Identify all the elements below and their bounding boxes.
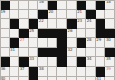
cell-r0c9[interactable] bbox=[86, 0, 96, 10]
clue-number-23: 23 bbox=[77, 19, 82, 24]
cell-r5c8[interactable] bbox=[77, 48, 87, 58]
cell-r8c11[interactable] bbox=[105, 77, 115, 80]
clue-number-22: 22 bbox=[39, 19, 44, 24]
clue-number-32: 32 bbox=[68, 48, 73, 53]
black-cell-r5c4 bbox=[38, 48, 48, 58]
black-cell-r5c6 bbox=[57, 48, 67, 58]
cell-r2c11[interactable] bbox=[105, 19, 115, 29]
black-cell-r3c4 bbox=[38, 29, 48, 39]
cell-r1c11[interactable] bbox=[105, 10, 115, 20]
clue-number-38: 38 bbox=[39, 67, 44, 72]
cell-r6c9[interactable]: 34 bbox=[86, 57, 96, 67]
cell-r8c6[interactable] bbox=[57, 77, 67, 80]
cell-r1c5[interactable]: 20 bbox=[48, 10, 58, 20]
black-cell-r8c3 bbox=[29, 77, 39, 80]
black-cell-r4c8 bbox=[77, 38, 87, 48]
clue-number-31: 31 bbox=[10, 48, 15, 53]
cell-r8c1[interactable] bbox=[10, 77, 20, 80]
clue-number-35: 35 bbox=[106, 57, 111, 62]
cell-r7c8[interactable] bbox=[77, 67, 87, 77]
cell-r2c4[interactable]: 22 bbox=[38, 19, 48, 29]
cell-r8c10[interactable]: 41 bbox=[96, 77, 106, 80]
cell-r5c7[interactable]: 32 bbox=[67, 48, 77, 58]
clue-number-29: 29 bbox=[96, 38, 101, 43]
cell-r7c6[interactable] bbox=[57, 67, 67, 77]
cell-r4c0[interactable] bbox=[0, 38, 10, 48]
black-cell-r2c1 bbox=[10, 19, 20, 29]
cell-r8c7[interactable] bbox=[67, 77, 77, 80]
clue-number-27: 27 bbox=[20, 38, 25, 43]
cell-r3c7[interactable]: 26 bbox=[67, 29, 77, 39]
black-cell-r6c8 bbox=[77, 57, 87, 67]
cell-r8c5[interactable] bbox=[48, 77, 58, 80]
cell-r8c2[interactable] bbox=[19, 77, 29, 80]
cell-r7c5[interactable] bbox=[48, 67, 58, 77]
cell-r6c3[interactable]: 33 bbox=[29, 57, 39, 67]
cell-r5c0[interactable] bbox=[0, 48, 10, 58]
cell-r4c9[interactable]: 28 bbox=[86, 38, 96, 48]
cell-r2c0[interactable] bbox=[0, 19, 10, 29]
cell-r4c2[interactable]: 27 bbox=[19, 38, 29, 48]
crossword-board: 1618192021222324252627282930313233343536… bbox=[0, 0, 115, 80]
cell-r4c10[interactable]: 29 bbox=[96, 38, 106, 48]
black-cell-r0c10 bbox=[96, 0, 106, 10]
black-cell-r6c6 bbox=[57, 57, 67, 67]
cell-r0c11[interactable]: 18 bbox=[105, 0, 115, 10]
cell-r7c7[interactable] bbox=[67, 67, 77, 77]
cell-r6c10[interactable] bbox=[96, 57, 106, 67]
cell-r8c0[interactable]: 40 bbox=[0, 77, 10, 80]
cell-r4c11[interactable]: 30 bbox=[105, 38, 115, 48]
cell-r7c4[interactable]: 38 bbox=[38, 67, 48, 77]
cell-r0c4[interactable]: 16 bbox=[38, 0, 48, 10]
clue-number-16: 16 bbox=[39, 0, 44, 5]
clue-number-30: 30 bbox=[106, 38, 111, 43]
clue-number-18: 18 bbox=[106, 0, 111, 5]
cell-r2c9[interactable]: 24 bbox=[86, 19, 96, 29]
crossword-screenshot: 1618192021222324252627282930313233343536… bbox=[0, 0, 115, 80]
clue-number-24: 24 bbox=[87, 19, 92, 24]
cell-r3c1[interactable] bbox=[10, 29, 20, 39]
black-cell-r4c6 bbox=[57, 38, 67, 48]
clue-number-20: 20 bbox=[48, 10, 53, 15]
clue-number-34: 34 bbox=[87, 57, 92, 62]
black-cell-r2c10 bbox=[96, 19, 106, 29]
cell-r1c0[interactable]: 19 bbox=[0, 10, 10, 20]
cell-r8c4[interactable] bbox=[38, 77, 48, 80]
cell-r5c2[interactable] bbox=[19, 48, 29, 58]
cell-r4c4[interactable] bbox=[38, 38, 48, 48]
clue-number-21: 21 bbox=[77, 10, 82, 15]
black-cell-r5c5 bbox=[48, 48, 58, 58]
black-cell-r7c3 bbox=[29, 67, 39, 77]
cell-r1c1[interactable] bbox=[10, 10, 20, 20]
cell-r3c3[interactable]: 25 bbox=[29, 29, 39, 39]
cell-r6c7[interactable] bbox=[67, 57, 77, 67]
cell-r6c5[interactable] bbox=[48, 57, 58, 67]
clue-number-33: 33 bbox=[29, 57, 34, 62]
clue-number-39: 39 bbox=[106, 67, 111, 72]
cell-r2c5[interactable] bbox=[48, 19, 58, 29]
cell-r0c6[interactable] bbox=[57, 0, 67, 10]
cell-r1c6[interactable] bbox=[57, 10, 67, 20]
clue-number-40: 40 bbox=[1, 77, 6, 80]
cell-r2c8[interactable]: 23 bbox=[77, 19, 87, 29]
cell-r1c7[interactable] bbox=[67, 10, 77, 20]
cell-r4c3[interactable] bbox=[29, 38, 39, 48]
clue-number-28: 28 bbox=[87, 38, 92, 43]
clue-number-25: 25 bbox=[29, 29, 34, 34]
cell-r7c2[interactable]: 37 bbox=[19, 67, 29, 77]
cell-r5c1[interactable]: 31 bbox=[10, 48, 20, 58]
cell-r0c1[interactable] bbox=[10, 0, 20, 10]
black-cell-r3c6 bbox=[57, 29, 67, 39]
cell-r7c1[interactable] bbox=[10, 67, 20, 77]
cell-r3c0[interactable] bbox=[0, 29, 10, 39]
cell-r1c3[interactable] bbox=[29, 10, 39, 20]
cell-r0c2[interactable] bbox=[19, 0, 29, 10]
cell-r2c2[interactable] bbox=[19, 19, 29, 29]
clue-number-36: 36 bbox=[1, 67, 6, 72]
cell-r7c9[interactable] bbox=[86, 67, 96, 77]
cell-r4c5[interactable] bbox=[48, 38, 58, 48]
cell-r8c9[interactable] bbox=[86, 77, 96, 80]
clue-number-26: 26 bbox=[68, 29, 73, 34]
clue-number-41: 41 bbox=[96, 77, 101, 80]
cell-r8c8[interactable] bbox=[77, 77, 87, 80]
cell-r6c1[interactable] bbox=[10, 57, 20, 67]
cell-r1c2[interactable] bbox=[19, 10, 29, 20]
cell-r3c8[interactable] bbox=[77, 29, 87, 39]
black-cell-r3c5 bbox=[48, 29, 58, 39]
cell-r1c10[interactable] bbox=[96, 10, 106, 20]
cell-r0c3[interactable] bbox=[29, 0, 39, 10]
clue-number-19: 19 bbox=[1, 10, 6, 15]
cell-r0c7[interactable] bbox=[67, 0, 77, 10]
cell-r5c10[interactable] bbox=[96, 48, 106, 58]
clue-number-37: 37 bbox=[20, 67, 25, 72]
cell-r2c6[interactable] bbox=[57, 19, 67, 29]
cell-r7c11[interactable]: 39 bbox=[105, 67, 115, 77]
